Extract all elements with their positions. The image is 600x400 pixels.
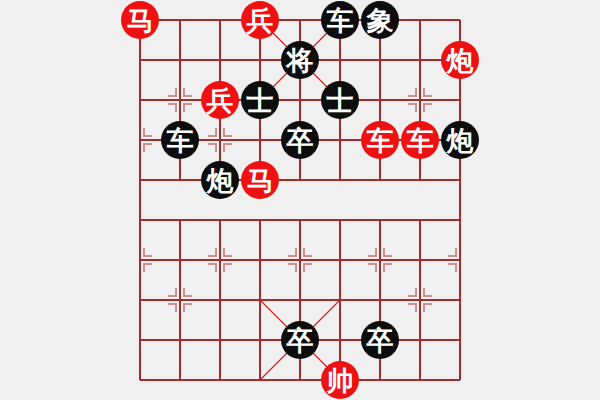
xiangqi-board: 马兵车象将炮兵士士车卒车车炮炮马卒卒帅 — [0, 0, 600, 400]
piece-red-horse[interactable]: 马 — [241, 161, 279, 199]
piece-black-chariot[interactable]: 车 — [161, 121, 199, 159]
piece-black-advisor[interactable]: 士 — [241, 81, 279, 119]
piece-red-horse[interactable]: 马 — [121, 1, 159, 39]
piece-red-cannon[interactable]: 炮 — [441, 41, 479, 79]
piece-red-chariot[interactable]: 车 — [361, 121, 399, 159]
piece-black-general[interactable]: 将 — [281, 41, 319, 79]
piece-red-general[interactable]: 帅 — [321, 361, 359, 399]
piece-red-chariot[interactable]: 车 — [401, 121, 439, 159]
piece-black-soldier[interactable]: 卒 — [361, 321, 399, 359]
piece-black-soldier[interactable]: 卒 — [281, 121, 319, 159]
piece-black-soldier[interactable]: 卒 — [281, 321, 319, 359]
piece-red-soldier[interactable]: 兵 — [241, 1, 279, 39]
piece-black-cannon[interactable]: 炮 — [201, 161, 239, 199]
piece-red-soldier[interactable]: 兵 — [201, 81, 239, 119]
piece-black-chariot[interactable]: 车 — [321, 1, 359, 39]
pieces-layer: 马兵车象将炮兵士士车卒车车炮炮马卒卒帅 — [120, 0, 480, 400]
piece-black-advisor[interactable]: 士 — [321, 81, 359, 119]
piece-black-elephant[interactable]: 象 — [361, 1, 399, 39]
piece-black-cannon[interactable]: 炮 — [441, 121, 479, 159]
